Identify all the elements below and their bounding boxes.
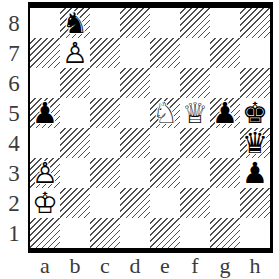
square-a5[interactable]: ♟♟ bbox=[30, 98, 60, 128]
piece-black-queen: ♛♛ bbox=[240, 128, 270, 158]
square-c1[interactable] bbox=[90, 218, 120, 248]
square-f4[interactable] bbox=[180, 128, 210, 158]
square-c8[interactable] bbox=[90, 8, 120, 38]
square-h6[interactable] bbox=[240, 68, 270, 98]
rank-label-1: 1 bbox=[0, 218, 28, 248]
square-d3[interactable] bbox=[120, 158, 150, 188]
square-d1[interactable] bbox=[120, 218, 150, 248]
file-label-g: g bbox=[210, 253, 240, 279]
square-g8[interactable] bbox=[210, 8, 240, 38]
square-b5[interactable] bbox=[60, 98, 90, 128]
rank-label-8: 8 bbox=[0, 8, 28, 38]
square-a2[interactable]: ♚♔ bbox=[30, 188, 60, 218]
square-a3[interactable]: ♟♙ bbox=[30, 158, 60, 188]
file-label-h: h bbox=[240, 253, 270, 279]
file-label-a: a bbox=[30, 253, 60, 279]
rank-label-7: 7 bbox=[0, 38, 28, 68]
square-d6[interactable] bbox=[120, 68, 150, 98]
square-f5[interactable]: ♛♕ bbox=[180, 98, 210, 128]
square-a4[interactable] bbox=[30, 128, 60, 158]
square-d7[interactable] bbox=[120, 38, 150, 68]
square-c3[interactable] bbox=[90, 158, 120, 188]
square-d2[interactable] bbox=[120, 188, 150, 218]
board: ♞♞♟♙♟♟♞♘♛♕♟♟♚♚♛♛♟♙♟♟♚♔ bbox=[28, 2, 273, 253]
square-h4[interactable]: ♛♛ bbox=[240, 128, 270, 158]
square-f3[interactable] bbox=[180, 158, 210, 188]
square-h8[interactable] bbox=[240, 8, 270, 38]
square-d5[interactable] bbox=[120, 98, 150, 128]
piece-black-pawn: ♟♟ bbox=[210, 98, 240, 128]
square-c2[interactable] bbox=[90, 188, 120, 218]
square-e7[interactable] bbox=[150, 38, 180, 68]
square-f8[interactable] bbox=[180, 8, 210, 38]
file-label-d: d bbox=[120, 253, 150, 279]
rank-label-4: 4 bbox=[0, 128, 28, 158]
square-g6[interactable] bbox=[210, 68, 240, 98]
square-b7[interactable]: ♟♙ bbox=[60, 38, 90, 68]
chess-diagram: 87654321 ♞♞♟♙♟♟♞♘♛♕♟♟♚♚♛♛♟♙♟♟♚♔ abcdefgh bbox=[0, 0, 279, 279]
square-e6[interactable] bbox=[150, 68, 180, 98]
file-label-c: c bbox=[90, 253, 120, 279]
square-f2[interactable] bbox=[180, 188, 210, 218]
square-c4[interactable] bbox=[90, 128, 120, 158]
square-b8[interactable]: ♞♞ bbox=[60, 8, 90, 38]
square-h1[interactable] bbox=[240, 218, 270, 248]
square-e1[interactable] bbox=[150, 218, 180, 248]
square-g7[interactable] bbox=[210, 38, 240, 68]
rank-labels: 87654321 bbox=[0, 8, 28, 248]
piece-white-pawn: ♟♙ bbox=[60, 38, 90, 68]
piece-black-pawn: ♟♟ bbox=[240, 158, 270, 188]
file-label-e: e bbox=[150, 253, 180, 279]
square-a8[interactable] bbox=[30, 8, 60, 38]
square-e5[interactable]: ♞♘ bbox=[150, 98, 180, 128]
square-f6[interactable] bbox=[180, 68, 210, 98]
square-g2[interactable] bbox=[210, 188, 240, 218]
square-e8[interactable] bbox=[150, 8, 180, 38]
square-d8[interactable] bbox=[120, 8, 150, 38]
square-b4[interactable] bbox=[60, 128, 90, 158]
piece-black-pawn: ♟♟ bbox=[30, 98, 60, 128]
square-h3[interactable]: ♟♟ bbox=[240, 158, 270, 188]
square-g5[interactable]: ♟♟ bbox=[210, 98, 240, 128]
rank-label-2: 2 bbox=[0, 188, 28, 218]
square-a6[interactable] bbox=[30, 68, 60, 98]
file-labels: abcdefgh bbox=[30, 253, 270, 279]
square-b2[interactable] bbox=[60, 188, 90, 218]
square-b6[interactable] bbox=[60, 68, 90, 98]
piece-white-pawn: ♟♙ bbox=[30, 158, 60, 188]
file-label-f: f bbox=[180, 253, 210, 279]
piece-white-queen: ♛♕ bbox=[180, 98, 210, 128]
square-e4[interactable] bbox=[150, 128, 180, 158]
square-b3[interactable] bbox=[60, 158, 90, 188]
square-f1[interactable] bbox=[180, 218, 210, 248]
square-h5[interactable]: ♚♚ bbox=[240, 98, 270, 128]
rank-label-5: 5 bbox=[0, 98, 28, 128]
piece-white-knight: ♞♘ bbox=[150, 98, 180, 128]
square-g3[interactable] bbox=[210, 158, 240, 188]
piece-black-knight: ♞♞ bbox=[60, 8, 90, 38]
square-b1[interactable] bbox=[60, 218, 90, 248]
square-a1[interactable] bbox=[30, 218, 60, 248]
square-f7[interactable] bbox=[180, 38, 210, 68]
square-c6[interactable] bbox=[90, 68, 120, 98]
square-c7[interactable] bbox=[90, 38, 120, 68]
square-c5[interactable] bbox=[90, 98, 120, 128]
file-label-b: b bbox=[60, 253, 90, 279]
square-a7[interactable] bbox=[30, 38, 60, 68]
square-d4[interactable] bbox=[120, 128, 150, 158]
square-e2[interactable] bbox=[150, 188, 180, 218]
square-g4[interactable] bbox=[210, 128, 240, 158]
square-g1[interactable] bbox=[210, 218, 240, 248]
square-h2[interactable] bbox=[240, 188, 270, 218]
rank-label-3: 3 bbox=[0, 158, 28, 188]
piece-black-king: ♚♚ bbox=[240, 98, 270, 128]
square-h7[interactable] bbox=[240, 38, 270, 68]
rank-label-6: 6 bbox=[0, 68, 28, 98]
piece-white-king: ♚♔ bbox=[30, 188, 60, 218]
square-e3[interactable] bbox=[150, 158, 180, 188]
